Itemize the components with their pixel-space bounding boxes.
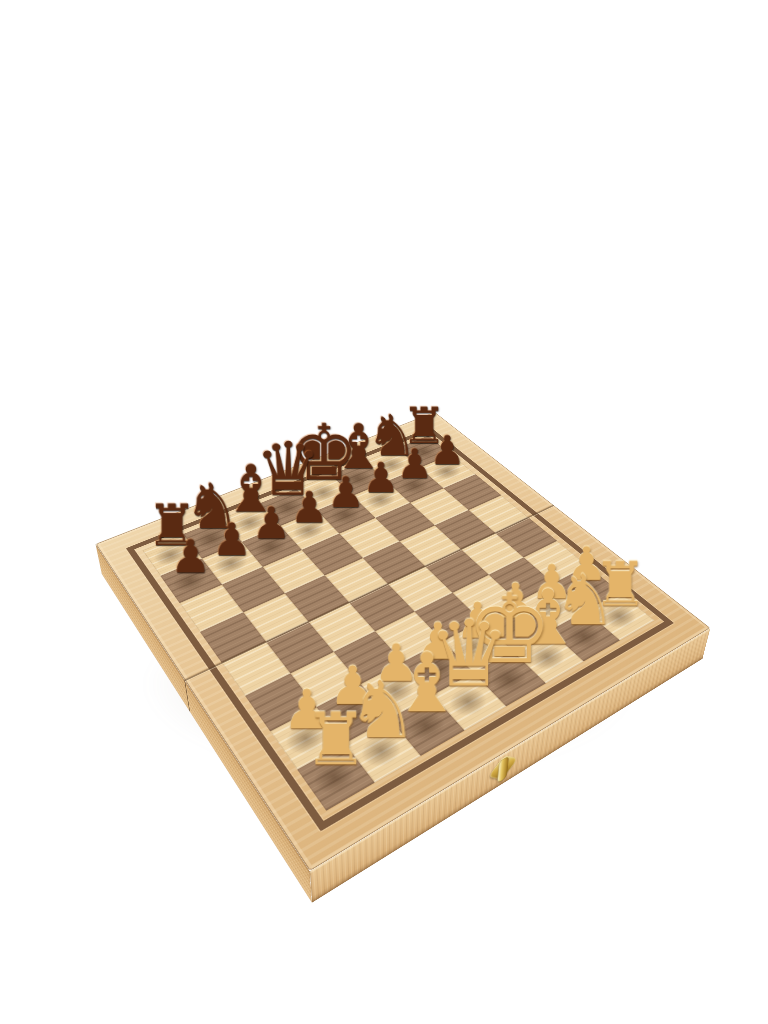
scene: ♜♞♝♛♚♝♞♜♟♟♟♟♟♟♟♟♟♟♟♟♟♟♟♟♜♞♝♛♚♝♞♜ xyxy=(0,0,768,1024)
white-rook-a1: ♜ xyxy=(257,703,415,775)
latch-hook xyxy=(497,756,509,784)
chess-box: ♜♞♝♛♚♝♞♜♟♟♟♟♟♟♟♟♟♟♟♟♟♟♟♟♜♞♝♛♚♝♞♜ xyxy=(96,412,711,871)
product-photo-stage: ♜♞♝♛♚♝♞♜♟♟♟♟♟♟♟♟♟♟♟♟♟♟♟♟♜♞♝♛♚♝♞♜ xyxy=(0,0,768,1024)
